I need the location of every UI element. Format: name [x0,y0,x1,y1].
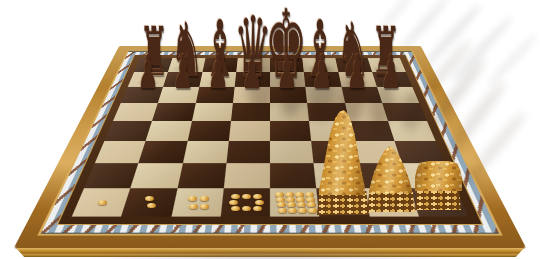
wheat-grain-c1 [200,204,209,209]
square-c3 [182,141,228,163]
wheat-grain-e1 [288,208,297,213]
wheat-grain-d1 [242,194,251,199]
square-c2 [177,163,226,188]
piece-pawn-c7: ♟ [207,48,228,95]
grain-mat-g1 [367,190,415,212]
piece-pawn-d7: ♟ [241,48,262,95]
piece-pawn-e7: ♟ [276,48,297,95]
wheat-grain-e1 [295,192,304,197]
wheat-grain-d1 [253,206,262,211]
square-e3 [270,141,314,163]
grain-pile-128-h1 [415,161,462,191]
square-d3 [226,141,270,163]
square-b4 [146,121,192,141]
wheat-grain-a1 [98,200,107,205]
wheat-grain-c1 [189,204,198,209]
wheat-grain-e1 [305,192,314,197]
wheat-grain-e1 [286,197,295,202]
piece-pawn-g7: ♟ [346,48,367,95]
wheat-grain-e1 [278,208,287,213]
board-drop-shadow [26,252,518,259]
wheat-grain-e1 [307,202,316,207]
wheat-grain-d1 [229,200,238,205]
wheat-grain-e1 [277,202,286,207]
square-a5 [113,103,158,121]
square-a3 [95,141,146,163]
square-d2 [223,163,270,188]
piece-pawn-f7: ♟ [311,48,332,95]
wheat-grain-c1 [188,196,197,201]
square-b5 [152,103,195,121]
wheat-grain-e1 [287,202,296,207]
wheat-grain-e1 [306,197,315,202]
piece-pawn-a7: ♟ [137,48,158,95]
wheat-chessboard-scene: ♜♞♝♛♚♝♞♜♟♟♟♟♟♟♟♟ [0,0,540,259]
wheat-grain-d1 [231,206,240,211]
wheat-grain-e1 [296,197,305,202]
wheat-grain-e1 [308,208,317,213]
wheat-grain-b1 [145,196,154,201]
square-b3 [139,141,188,163]
wheat-grain-e1 [297,202,306,207]
wheat-grain-c1 [200,196,209,201]
square-e4 [270,121,311,141]
square-e2 [270,163,317,188]
wheat-grain-d1 [255,200,264,205]
square-h3 [394,141,445,163]
wheat-grain-e1 [276,197,285,202]
square-d4 [229,121,270,141]
wheat-grain-e1 [298,208,307,213]
square-c5 [192,103,233,121]
piece-pawn-h7: ♟ [380,48,401,95]
square-b2 [130,163,182,188]
square-c4 [187,121,231,141]
wheat-grain-e1 [275,192,284,197]
wheat-grain-d1 [242,206,251,211]
wheat-grain-e1 [285,192,294,197]
wheat-grain-d1 [253,194,262,199]
square-a4 [104,121,152,141]
wheat-grain-b1 [147,203,156,208]
piece-pawn-b7: ♟ [172,48,193,95]
grain-mat-h1 [415,189,461,210]
square-c1 [171,188,224,216]
wheat-grain-d1 [231,194,240,199]
